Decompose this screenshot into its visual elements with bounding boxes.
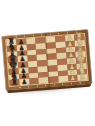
chess-set-photo: ♜♟♟♜♞♟♟♞♝♟♟♝♛♟♟♛♚♟♟♚♝♟♟♝♞♟♟♞♜♟♟♜: [0, 0, 95, 126]
square: ♟: [68, 75, 78, 81]
white-rook: ♜: [79, 72, 87, 81]
white-pawn: ♟: [70, 75, 76, 82]
clasp-latch: [47, 86, 50, 89]
square: ♜: [9, 79, 19, 85]
square: [58, 76, 68, 82]
square: [29, 78, 39, 84]
square: [48, 76, 58, 82]
square: ♟: [19, 79, 29, 85]
chess-board: ♜♟♟♜♞♟♟♞♝♟♟♝♛♟♟♛♚♟♟♚♝♟♟♝♞♟♟♞♜♟♟♜: [2, 30, 92, 93]
black-pawn: ♟: [21, 79, 27, 86]
board-frame: ♜♟♟♜♞♟♟♞♝♟♟♝♛♟♟♛♚♟♟♚♝♟♟♝♞♟♟♞♜♟♟♜: [2, 30, 92, 91]
square: ♜: [77, 74, 87, 80]
black-rook: ♜: [11, 78, 19, 87]
square: [39, 77, 49, 83]
